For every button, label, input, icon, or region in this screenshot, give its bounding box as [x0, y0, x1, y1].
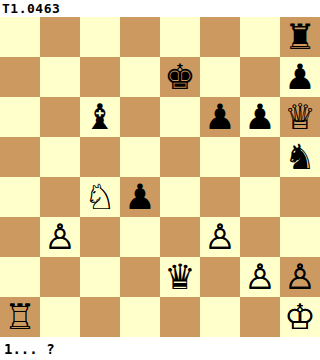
square-b7[interactable] — [40, 57, 80, 97]
square-d8[interactable] — [120, 17, 160, 57]
square-f8[interactable] — [200, 17, 240, 57]
square-d5[interactable] — [120, 137, 160, 177]
piece-black-pawn[interactable]: ♟ — [124, 177, 155, 217]
square-f7[interactable] — [200, 57, 240, 97]
square-h2[interactable]: ♙ — [280, 257, 320, 297]
square-a1[interactable]: ♖ — [0, 297, 40, 337]
piece-white-queen[interactable]: ♕ — [284, 97, 315, 137]
square-e8[interactable] — [160, 17, 200, 57]
square-a2[interactable] — [0, 257, 40, 297]
square-e1[interactable] — [160, 297, 200, 337]
square-b1[interactable] — [40, 297, 80, 337]
square-g2[interactable]: ♙ — [240, 257, 280, 297]
square-b4[interactable] — [40, 177, 80, 217]
square-g8[interactable] — [240, 17, 280, 57]
square-b8[interactable] — [40, 17, 80, 57]
square-h1[interactable]: ♔ — [280, 297, 320, 337]
square-c1[interactable] — [80, 297, 120, 337]
square-d7[interactable] — [120, 57, 160, 97]
square-h6[interactable]: ♕ — [280, 97, 320, 137]
square-c3[interactable] — [80, 217, 120, 257]
square-c8[interactable] — [80, 17, 120, 57]
square-c6[interactable]: ♝ — [80, 97, 120, 137]
piece-black-pawn[interactable]: ♟ — [244, 97, 275, 137]
piece-white-pawn[interactable]: ♙ — [44, 217, 75, 257]
square-g5[interactable] — [240, 137, 280, 177]
square-c5[interactable] — [80, 137, 120, 177]
square-f3[interactable]: ♙ — [200, 217, 240, 257]
square-f5[interactable] — [200, 137, 240, 177]
piece-white-knight[interactable]: ♘ — [84, 177, 115, 217]
square-h5[interactable]: ♞ — [280, 137, 320, 177]
piece-black-pawn[interactable]: ♟ — [204, 97, 235, 137]
square-e7[interactable]: ♚ — [160, 57, 200, 97]
square-g6[interactable]: ♟ — [240, 97, 280, 137]
square-d3[interactable] — [120, 217, 160, 257]
square-h7[interactable]: ♟ — [280, 57, 320, 97]
square-c4[interactable]: ♘ — [80, 177, 120, 217]
square-a5[interactable] — [0, 137, 40, 177]
piece-black-pawn[interactable]: ♟ — [284, 57, 315, 97]
square-d4[interactable]: ♟ — [120, 177, 160, 217]
square-e6[interactable] — [160, 97, 200, 137]
square-h8[interactable]: ♜ — [280, 17, 320, 57]
piece-black-knight[interactable]: ♞ — [284, 137, 315, 177]
square-e4[interactable] — [160, 177, 200, 217]
square-b6[interactable] — [40, 97, 80, 137]
square-f6[interactable]: ♟ — [200, 97, 240, 137]
square-b5[interactable] — [40, 137, 80, 177]
move-prompt: 1... ? — [4, 341, 55, 357]
chess-board: ♜♚♟♝♟♟♕♞♘♟♙♙♛♙♙♖♔ — [0, 17, 320, 337]
square-h4[interactable] — [280, 177, 320, 217]
square-g1[interactable] — [240, 297, 280, 337]
piece-black-queen[interactable]: ♛ — [164, 257, 195, 297]
square-g7[interactable] — [240, 57, 280, 97]
piece-white-pawn[interactable]: ♙ — [204, 217, 235, 257]
square-b2[interactable] — [40, 257, 80, 297]
piece-white-rook[interactable]: ♖ — [4, 297, 35, 337]
square-g3[interactable] — [240, 217, 280, 257]
square-a3[interactable] — [0, 217, 40, 257]
square-e3[interactable] — [160, 217, 200, 257]
square-f1[interactable] — [200, 297, 240, 337]
square-a8[interactable] — [0, 17, 40, 57]
square-h3[interactable] — [280, 217, 320, 257]
square-d1[interactable] — [120, 297, 160, 337]
puzzle-title: T1.0463 — [2, 1, 60, 16]
square-e2[interactable]: ♛ — [160, 257, 200, 297]
piece-black-king[interactable]: ♚ — [164, 57, 195, 97]
square-d6[interactable] — [120, 97, 160, 137]
square-f2[interactable] — [200, 257, 240, 297]
piece-white-king[interactable]: ♔ — [284, 297, 315, 337]
square-f4[interactable] — [200, 177, 240, 217]
piece-white-pawn[interactable]: ♙ — [284, 257, 315, 297]
square-g4[interactable] — [240, 177, 280, 217]
square-d2[interactable] — [120, 257, 160, 297]
piece-black-bishop[interactable]: ♝ — [84, 97, 115, 137]
square-a6[interactable] — [0, 97, 40, 137]
square-a7[interactable] — [0, 57, 40, 97]
square-c7[interactable] — [80, 57, 120, 97]
square-a4[interactable] — [0, 177, 40, 217]
square-b3[interactable]: ♙ — [40, 217, 80, 257]
piece-black-rook[interactable]: ♜ — [284, 17, 315, 57]
piece-white-pawn[interactable]: ♙ — [244, 257, 275, 297]
square-e5[interactable] — [160, 137, 200, 177]
square-c2[interactable] — [80, 257, 120, 297]
